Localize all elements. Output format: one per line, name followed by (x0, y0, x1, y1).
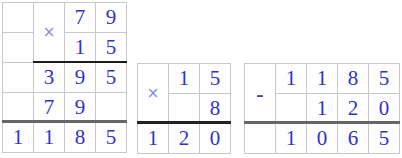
product-digit: 2 (169, 124, 199, 153)
multiplicand-digit: 5 (200, 64, 230, 93)
product-digit: 0 (200, 124, 230, 153)
partial-product-digit: 7 (34, 93, 64, 122)
subtrahend-digit: 1 (307, 94, 337, 123)
total-line (244, 121, 400, 124)
product-digit: 1 (3, 123, 33, 152)
empty-cell (3, 33, 33, 62)
multiplicand-digit: 9 (96, 3, 126, 32)
multiplier-digit: 1 (65, 33, 95, 62)
minuend-digit: 1 (276, 64, 306, 93)
subtrahend-digit: 0 (369, 94, 399, 123)
multiply-sign: × (138, 64, 168, 123)
multiplier-digit: 5 (96, 33, 126, 62)
subtrahend-digit: 2 (338, 94, 368, 123)
product-digit: 1 (138, 124, 168, 153)
empty-cell (3, 3, 33, 32)
empty-cell (245, 124, 275, 153)
partial-product-digit: 3 (34, 63, 64, 92)
partial-products-line (33, 61, 127, 63)
product-digit: 5 (96, 123, 126, 152)
subtraction-grid: - 1 1 8 5 1 2 0 1 0 6 5 (244, 63, 400, 154)
long-multiplication-grid: × 7 9 1 5 3 9 5 7 9 1 1 8 5 (2, 2, 127, 153)
multiplier-digit: 8 (200, 94, 230, 123)
multiply-sign: × (34, 3, 64, 62)
difference-digit: 6 (338, 124, 368, 153)
difference-digit: 0 (307, 124, 337, 153)
minus-sign: - (245, 64, 275, 123)
product-digit: 8 (65, 123, 95, 152)
empty-cell (169, 94, 199, 123)
total-line (137, 121, 231, 124)
product-digit: 1 (34, 123, 64, 152)
empty-cell (96, 93, 126, 122)
total-line (2, 120, 127, 123)
minuend-digit: 5 (369, 64, 399, 93)
empty-cell (3, 63, 33, 92)
difference-digit: 5 (369, 124, 399, 153)
multiplicand-digit: 7 (65, 3, 95, 32)
partial-product-digit: 9 (65, 93, 95, 122)
minuend-digit: 8 (338, 64, 368, 93)
partial-product-digit: 5 (96, 63, 126, 92)
partial-product-digit: 9 (65, 63, 95, 92)
empty-cell (276, 94, 306, 123)
multiplication-grid: × 1 5 8 1 2 0 (137, 63, 231, 154)
empty-cell (3, 93, 33, 122)
multiplicand-digit: 1 (169, 64, 199, 93)
minuend-digit: 1 (307, 64, 337, 93)
difference-digit: 1 (276, 124, 306, 153)
